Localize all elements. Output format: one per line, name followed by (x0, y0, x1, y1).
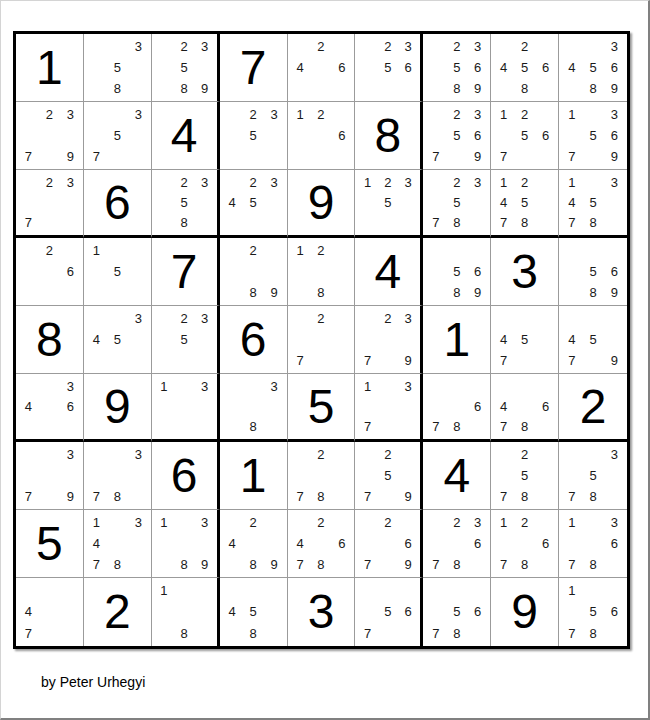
candidate-slot-empty (60, 125, 81, 146)
candidate-slot-empty (398, 623, 418, 644)
candidate-digit: 6 (60, 396, 81, 416)
given-digit: 3 (511, 248, 538, 296)
cell-r5c9[interactable]: 4579 (559, 306, 627, 374)
candidate-slot-empty (107, 282, 128, 303)
pencilmarks: 26 (18, 240, 81, 303)
candidate-digit: 5 (582, 261, 603, 282)
candidate-digit: 7 (357, 417, 377, 437)
candidate-digit: 6 (535, 396, 556, 416)
candidate-slot-empty (311, 78, 332, 99)
candidate-slot-empty (86, 36, 107, 57)
candidate-slot-empty (222, 417, 243, 437)
given-digit: 8 (375, 112, 402, 160)
candidate-digit: 6 (331, 533, 352, 554)
candidate-digit: 7 (425, 417, 446, 437)
candidate-slot-empty (107, 444, 128, 465)
candidate-slot-empty (425, 580, 446, 601)
candidate-digit: 5 (378, 465, 398, 486)
candidate-slot-empty (174, 350, 194, 371)
candidate-slot-empty (467, 376, 488, 396)
cell-r8c7[interactable]: 23678 (423, 510, 491, 578)
candidate-digit: 3 (128, 308, 149, 329)
candidate-digit: 8 (514, 554, 535, 575)
cell-r9c7[interactable]: 5678 (423, 578, 491, 646)
candidate-slot-empty (514, 350, 535, 371)
candidate-slot-empty (174, 533, 194, 554)
cell-r9c9[interactable]: 15678 (559, 578, 627, 646)
candidate-slot-empty (194, 192, 214, 212)
cell-r9c6[interactable]: 567 (355, 578, 423, 646)
cell-r9c4[interactable]: 458 (220, 578, 288, 646)
candidate-digit: 6 (467, 533, 488, 554)
cell-r1c2[interactable]: 358 (84, 34, 152, 102)
candidate-slot-empty (378, 417, 398, 437)
cell-r8c4[interactable]: 2489 (220, 510, 288, 578)
cell-r8c3[interactable]: 1389 (152, 510, 220, 578)
candidate-slot-empty (535, 465, 556, 486)
given-digit: 9 (104, 383, 131, 431)
candidate-slot-empty (561, 282, 582, 303)
candidate-digit: 2 (514, 36, 535, 57)
cell-r5c3[interactable]: 235 (152, 306, 220, 374)
cell-r3c5[interactable]: 9 (288, 170, 356, 238)
given-digit: 9 (308, 179, 335, 227)
cell-r5c8[interactable]: 457 (491, 306, 559, 374)
candidate-slot-empty (378, 554, 398, 575)
candidate-slot-empty (582, 580, 603, 601)
candidate-digit: 2 (514, 172, 535, 192)
candidate-slot-empty (561, 533, 582, 554)
cell-r1c3[interactable]: 23589 (152, 34, 220, 102)
candidate-digit: 9 (398, 486, 418, 507)
cell-r3c4[interactable]: 2345 (220, 170, 288, 238)
candidate-slot-empty (535, 444, 556, 465)
cell-r4c9[interactable]: 5689 (559, 238, 627, 306)
cell-r2c3[interactable]: 4 (152, 102, 220, 170)
candidate-digit: 4 (290, 57, 311, 78)
pencilmarks: 12567 (493, 104, 556, 167)
cell-r1c6[interactable]: 2356 (355, 34, 423, 102)
pencilmarks: 346 (18, 376, 81, 437)
candidate-digit: 7 (18, 623, 39, 644)
candidate-slot-empty (582, 308, 603, 329)
candidate-slot-empty (535, 417, 556, 437)
candidate-digit: 3 (194, 172, 214, 192)
cell-r5c7[interactable]: 1 (423, 306, 491, 374)
candidate-slot-empty (467, 580, 488, 601)
cell-r4c5[interactable]: 128 (288, 238, 356, 306)
cell-r6c8[interactable]: 4678 (491, 374, 559, 442)
candidate-digit: 5 (514, 192, 535, 212)
candidate-slot-empty (357, 580, 377, 601)
candidate-slot-empty (378, 486, 398, 507)
cell-r3c7[interactable]: 23578 (423, 170, 491, 238)
cell-r4c7[interactable]: 5689 (423, 238, 491, 306)
pencilmarks: 379 (18, 444, 81, 507)
candidate-slot-empty (222, 172, 243, 192)
candidate-digit: 7 (86, 554, 107, 575)
candidate-digit: 2 (174, 36, 194, 57)
cell-r6c5[interactable]: 5 (288, 374, 356, 442)
given-digit: 6 (104, 179, 131, 227)
candidate-digit: 9 (604, 78, 625, 99)
cell-r4c6[interactable]: 4 (355, 238, 423, 306)
cell-r7c3[interactable]: 6 (152, 442, 220, 510)
candidate-digit: 7 (357, 554, 377, 575)
pencilmarks: 27 (290, 308, 353, 371)
candidate-slot-empty (264, 240, 285, 261)
candidate-slot-empty (561, 261, 582, 282)
candidate-slot-empty (582, 172, 603, 192)
candidate-digit: 5 (243, 125, 264, 146)
candidate-digit: 8 (514, 213, 535, 233)
candidate-digit: 7 (290, 350, 311, 371)
candidate-digit: 8 (514, 78, 535, 99)
candidate-slot-empty (18, 282, 39, 303)
candidate-digit: 9 (467, 146, 488, 167)
candidate-digit: 7 (425, 146, 446, 167)
candidate-slot-empty (290, 261, 311, 282)
candidate-digit: 8 (582, 282, 603, 303)
candidate-digit: 7 (86, 146, 107, 167)
candidate-slot-empty (514, 308, 535, 329)
candidate-slot-empty (425, 376, 446, 396)
candidate-digit: 5 (446, 57, 467, 78)
candidate-digit: 3 (60, 376, 81, 396)
candidate-slot-empty (39, 396, 60, 416)
candidate-slot-empty (378, 533, 398, 554)
candidate-slot-empty (18, 104, 39, 125)
pencilmarks: 2679 (357, 512, 418, 575)
cell-r5c6[interactable]: 2379 (355, 306, 423, 374)
cell-r3c9[interactable]: 134578 (559, 170, 627, 238)
candidate-slot-empty (18, 580, 39, 601)
candidate-slot-empty (357, 533, 377, 554)
candidate-slot-empty (154, 417, 174, 437)
candidate-slot-empty (222, 623, 243, 644)
candidate-digit: 5 (582, 57, 603, 78)
cell-r6c2[interactable]: 9 (84, 374, 152, 442)
cell-r2c6[interactable]: 8 (355, 102, 423, 170)
candidate-digit: 5 (446, 261, 467, 282)
candidate-digit: 8 (243, 282, 264, 303)
candidate-digit: 3 (264, 104, 285, 125)
candidate-digit: 6 (604, 533, 625, 554)
cell-r8c8[interactable]: 12678 (491, 510, 559, 578)
given-digit: 1 (36, 44, 63, 92)
cell-r1c4[interactable]: 7 (220, 34, 288, 102)
cell-r9c3[interactable]: 18 (152, 578, 220, 646)
cell-r5c5[interactable]: 27 (288, 306, 356, 374)
cell-r1c7[interactable]: 235689 (423, 34, 491, 102)
cell-r5c4[interactable]: 6 (220, 306, 288, 374)
candidate-slot-empty (446, 240, 467, 261)
candidate-digit: 9 (398, 350, 418, 371)
candidate-digit: 8 (174, 623, 194, 644)
candidate-digit: 7 (425, 623, 446, 644)
cell-r2c5[interactable]: 126 (288, 102, 356, 170)
cell-r3c2[interactable]: 6 (84, 170, 152, 238)
candidate-slot-empty (446, 376, 467, 396)
pencilmarks: 457 (493, 308, 556, 371)
candidate-slot-empty (493, 36, 514, 57)
given-digit: 7 (240, 44, 267, 92)
cell-r3c8[interactable]: 124578 (491, 170, 559, 238)
candidate-slot-empty (18, 261, 39, 282)
candidate-digit: 2 (446, 36, 467, 57)
pencilmarks: 5689 (561, 240, 625, 303)
candidate-digit: 3 (60, 444, 81, 465)
pencilmarks: 23578 (425, 172, 488, 233)
candidate-slot-empty (467, 240, 488, 261)
given-digit: 4 (171, 112, 198, 160)
candidate-digit: 2 (378, 172, 398, 192)
pencilmarks: 134578 (561, 172, 625, 233)
cell-r7c8[interactable]: 2578 (491, 442, 559, 510)
candidate-slot-empty (311, 329, 332, 350)
cell-r2c1[interactable]: 2379 (16, 102, 84, 170)
candidate-digit: 8 (514, 486, 535, 507)
cell-r8c6[interactable]: 2679 (355, 510, 423, 578)
candidate-slot-empty (86, 282, 107, 303)
candidate-digit: 3 (194, 36, 214, 57)
cell-r7c6[interactable]: 2579 (355, 442, 423, 510)
candidate-slot-empty (264, 512, 285, 533)
candidate-slot-empty (561, 601, 582, 622)
cell-r9c8[interactable]: 9 (491, 578, 559, 646)
candidate-slot-empty (128, 465, 149, 486)
cell-r7c2[interactable]: 378 (84, 442, 152, 510)
cell-r6c6[interactable]: 137 (355, 374, 423, 442)
candidate-slot-empty (561, 240, 582, 261)
candidate-digit: 1 (86, 240, 107, 261)
candidate-slot-empty (18, 465, 39, 486)
candidate-slot-empty (357, 444, 377, 465)
candidate-slot-empty (331, 486, 352, 507)
candidate-slot-empty (604, 213, 625, 233)
candidate-slot-empty (535, 308, 556, 329)
cell-r6c7[interactable]: 678 (423, 374, 491, 442)
candidate-digit: 8 (311, 486, 332, 507)
given-digit: 8 (36, 316, 63, 364)
cell-r4c8[interactable]: 3 (491, 238, 559, 306)
candidate-digit: 5 (582, 192, 603, 212)
cell-r6c4[interactable]: 38 (220, 374, 288, 442)
candidate-slot-empty (604, 486, 625, 507)
candidate-digit: 2 (311, 36, 332, 57)
candidate-slot-empty (378, 580, 398, 601)
cell-r6c3[interactable]: 13 (152, 374, 220, 442)
candidate-slot-empty (357, 512, 377, 533)
candidate-digit: 6 (331, 57, 352, 78)
candidate-digit: 7 (357, 350, 377, 371)
cell-r9c1[interactable]: 47 (16, 578, 84, 646)
candidate-slot-empty (357, 308, 377, 329)
candidate-slot-empty (222, 376, 243, 396)
candidate-digit: 5 (243, 192, 264, 212)
candidate-digit: 2 (446, 512, 467, 533)
candidate-digit: 5 (514, 465, 535, 486)
cell-r2c2[interactable]: 357 (84, 102, 152, 170)
given-digit: 6 (240, 316, 267, 364)
candidate-slot-empty (378, 78, 398, 99)
candidate-digit: 9 (60, 486, 81, 507)
cell-r1c8[interactable]: 24568 (491, 34, 559, 102)
candidate-slot-empty (582, 240, 603, 261)
candidate-digit: 6 (398, 601, 418, 622)
candidate-digit: 9 (604, 350, 625, 371)
cell-r8c5[interactable]: 24678 (288, 510, 356, 578)
candidate-digit: 2 (378, 308, 398, 329)
candidate-slot-empty (331, 554, 352, 575)
candidate-slot-empty (604, 240, 625, 261)
candidate-slot-empty (535, 36, 556, 57)
candidate-digit: 4 (561, 57, 582, 78)
candidate-slot-empty (174, 601, 194, 622)
cell-r4c2[interactable]: 15 (84, 238, 152, 306)
candidate-digit: 5 (582, 329, 603, 350)
candidate-slot-empty (378, 396, 398, 416)
pencilmarks: 4579 (561, 308, 625, 371)
pencilmarks: 13678 (561, 512, 625, 575)
candidate-digit: 4 (222, 601, 243, 622)
cell-r9c2[interactable]: 2 (84, 578, 152, 646)
candidate-digit: 1 (357, 376, 377, 396)
candidate-slot-empty (398, 78, 418, 99)
pencilmarks: 3578 (561, 444, 625, 507)
candidate-slot-empty (194, 396, 214, 416)
candidate-slot-empty (604, 329, 625, 350)
candidate-slot-empty (425, 104, 446, 125)
candidate-digit: 6 (535, 57, 556, 78)
cell-r4c4[interactable]: 289 (220, 238, 288, 306)
candidate-digit: 2 (311, 240, 332, 261)
candidate-slot-empty (311, 146, 332, 167)
candidate-digit: 7 (493, 486, 514, 507)
candidate-slot-empty (154, 533, 174, 554)
candidate-slot-empty (582, 512, 603, 533)
candidate-slot-empty (425, 533, 446, 554)
pencilmarks: 235679 (425, 104, 488, 167)
candidate-digit: 9 (604, 282, 625, 303)
candidate-slot-empty (264, 601, 285, 622)
candidate-digit: 2 (39, 104, 60, 125)
cell-r2c9[interactable]: 135679 (559, 102, 627, 170)
candidate-slot-empty (561, 444, 582, 465)
cell-r4c3[interactable]: 7 (152, 238, 220, 306)
candidate-digit: 8 (446, 78, 467, 99)
given-digit: 2 (104, 588, 131, 636)
candidate-slot-empty (561, 308, 582, 329)
cell-r4c1[interactable]: 26 (16, 238, 84, 306)
candidate-slot-empty (39, 376, 60, 396)
cell-r7c4[interactable]: 1 (220, 442, 288, 510)
cell-r1c1[interactable]: 1 (16, 34, 84, 102)
pencilmarks: 2489 (222, 512, 285, 575)
candidate-slot-empty (493, 308, 514, 329)
cell-r3c6[interactable]: 1235 (355, 170, 423, 238)
candidate-slot-empty (331, 444, 352, 465)
candidate-slot-empty (331, 308, 352, 329)
candidate-digit: 3 (128, 512, 149, 533)
candidate-slot-empty (331, 261, 352, 282)
candidate-digit: 8 (311, 554, 332, 575)
cell-r6c1[interactable]: 346 (16, 374, 84, 442)
cell-r5c2[interactable]: 345 (84, 306, 152, 374)
candidate-slot-empty (311, 57, 332, 78)
cell-r9c5[interactable]: 3 (288, 578, 356, 646)
candidate-slot-empty (39, 444, 60, 465)
cell-r2c4[interactable]: 235 (220, 102, 288, 170)
candidate-digit: 8 (446, 213, 467, 233)
candidate-slot-empty (264, 580, 285, 601)
candidate-slot-empty (86, 444, 107, 465)
given-digit: 4 (443, 452, 470, 500)
cell-r6c9[interactable]: 2 (559, 374, 627, 442)
cell-r7c1[interactable]: 379 (16, 442, 84, 510)
pencilmarks: 1235 (357, 172, 418, 233)
cell-r1c9[interactable]: 345689 (559, 34, 627, 102)
candidate-slot-empty (128, 350, 149, 371)
pencilmarks: 235689 (425, 36, 488, 99)
pencilmarks: 5678 (425, 580, 488, 644)
candidate-digit: 5 (446, 601, 467, 622)
candidate-slot-empty (514, 146, 535, 167)
cell-r8c2[interactable]: 13478 (84, 510, 152, 578)
candidate-digit: 5 (514, 329, 535, 350)
candidate-slot-empty (86, 261, 107, 282)
candidate-slot-empty (243, 396, 264, 416)
cell-r7c9[interactable]: 3578 (559, 442, 627, 510)
candidate-slot-empty (604, 623, 625, 644)
cell-r2c7[interactable]: 235679 (423, 102, 491, 170)
cell-r5c1[interactable]: 8 (16, 306, 84, 374)
pencilmarks: 235 (154, 308, 215, 371)
candidate-slot-empty (86, 104, 107, 125)
candidate-slot-empty (154, 78, 174, 99)
candidate-digit: 5 (243, 601, 264, 622)
candidate-digit: 5 (174, 192, 194, 212)
pencilmarks: 5689 (425, 240, 488, 303)
candidate-slot-empty (467, 623, 488, 644)
candidate-slot-empty (222, 146, 243, 167)
candidate-slot-empty (398, 213, 418, 233)
candidate-digit: 5 (107, 261, 128, 282)
cell-r3c3[interactable]: 2358 (152, 170, 220, 238)
given-digit: 7 (171, 248, 198, 296)
cell-r3c1[interactable]: 237 (16, 170, 84, 238)
cell-r8c1[interactable]: 5 (16, 510, 84, 578)
candidate-digit: 4 (493, 192, 514, 212)
candidate-digit: 2 (243, 512, 264, 533)
candidate-digit: 5 (107, 125, 128, 146)
cell-r7c5[interactable]: 278 (288, 442, 356, 510)
candidate-digit: 7 (18, 213, 39, 233)
candidate-slot-empty (39, 580, 60, 601)
cell-r1c5[interactable]: 246 (288, 34, 356, 102)
cell-r8c9[interactable]: 13678 (559, 510, 627, 578)
candidate-digit: 1 (357, 172, 377, 192)
cell-r7c7[interactable]: 4 (423, 442, 491, 510)
candidate-slot-empty (264, 213, 285, 233)
candidate-digit: 8 (446, 623, 467, 644)
candidate-slot-empty (60, 580, 81, 601)
candidate-slot-empty (425, 172, 446, 192)
cell-r2c8[interactable]: 12567 (491, 102, 559, 170)
candidate-digit: 6 (467, 125, 488, 146)
candidate-slot-empty (107, 533, 128, 554)
candidate-slot-empty (582, 533, 603, 554)
